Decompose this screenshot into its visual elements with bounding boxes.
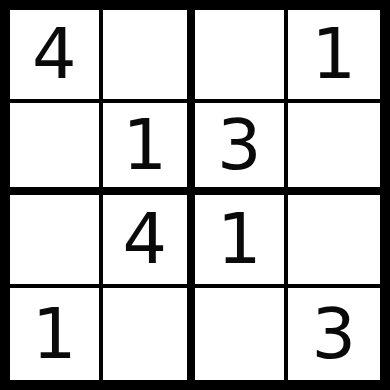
cell-r4c1-given[interactable]: 1 (10, 288, 103, 381)
cell-r4c4-given[interactable]: 3 (288, 288, 381, 381)
cell-r2c4-empty[interactable] (288, 103, 381, 196)
cell-r1c2-empty[interactable] (103, 10, 196, 103)
cell-r3c3-given[interactable]: 1 (195, 195, 288, 288)
sudoku-board: 41134113 (0, 0, 390, 390)
cell-r1c4-given[interactable]: 1 (288, 10, 381, 103)
cell-r1c1-given[interactable]: 4 (10, 10, 103, 103)
cell-r3c1-empty[interactable] (10, 195, 103, 288)
cell-r2c2-given[interactable]: 1 (103, 103, 196, 196)
cell-r4c2-empty[interactable] (103, 288, 196, 381)
cell-r2c3-given[interactable]: 3 (195, 103, 288, 196)
cell-r3c4-empty[interactable] (288, 195, 381, 288)
cell-r3c2-given[interactable]: 4 (103, 195, 196, 288)
cell-r4c3-empty[interactable] (195, 288, 288, 381)
cell-r2c1-empty[interactable] (10, 103, 103, 196)
cell-r1c3-empty[interactable] (195, 10, 288, 103)
